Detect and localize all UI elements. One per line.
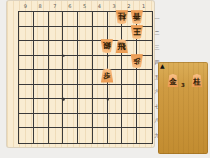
board-cell[interactable] <box>78 41 93 56</box>
hand-piece-桂[interactable]: 桂 <box>191 74 203 87</box>
board-cell[interactable] <box>108 128 123 143</box>
board-cell[interactable] <box>78 128 93 143</box>
board-cell[interactable] <box>49 70 64 85</box>
board-cell[interactable] <box>34 12 49 27</box>
board-cell[interactable] <box>78 99 93 114</box>
board-cell[interactable] <box>122 128 137 143</box>
board-cell[interactable] <box>78 85 93 100</box>
board-cell[interactable] <box>49 12 64 27</box>
board-cell[interactable] <box>122 114 137 129</box>
board-cell[interactable] <box>93 114 108 129</box>
board-cell[interactable] <box>63 12 78 27</box>
shogi-board: 987654321 一二三四五六七八九 桂香王銀飛歩歩 <box>7 1 154 147</box>
file-label: 9 <box>24 2 27 10</box>
file-label: 5 <box>83 2 86 10</box>
board-cell[interactable] <box>19 12 34 27</box>
board-cell[interactable] <box>19 70 34 85</box>
board-cell[interactable] <box>137 99 152 114</box>
board-cell[interactable] <box>63 99 78 114</box>
board-cell[interactable] <box>137 85 152 100</box>
board-cell[interactable] <box>34 27 49 42</box>
board-cell[interactable] <box>108 99 123 114</box>
board-cell[interactable] <box>93 27 108 42</box>
board-cell[interactable] <box>93 12 108 27</box>
file-label: 1 <box>142 2 145 10</box>
rank-label: 一 <box>155 15 160 21</box>
file-label: 8 <box>39 2 42 10</box>
board-cell[interactable] <box>78 114 93 129</box>
file-label: 4 <box>98 2 101 10</box>
board-cell[interactable] <box>93 85 108 100</box>
hand-piece-count: 3 <box>181 82 185 88</box>
board-cell[interactable] <box>63 27 78 42</box>
board-cell[interactable] <box>63 128 78 143</box>
board-cell[interactable] <box>137 41 152 56</box>
board-cell[interactable] <box>93 99 108 114</box>
board-cell[interactable] <box>49 99 64 114</box>
board-cell[interactable] <box>49 27 64 42</box>
shogi-widget: 987654321 一二三四五六七八九 桂香王銀飛歩歩 ▲ 金3桂 <box>0 0 210 158</box>
board-cell[interactable] <box>19 99 34 114</box>
board-cell[interactable] <box>78 12 93 27</box>
board-cell[interactable] <box>34 114 49 129</box>
board-cell[interactable] <box>93 128 108 143</box>
board-cell[interactable] <box>49 114 64 129</box>
file-label: 6 <box>68 2 71 10</box>
file-label: 3 <box>112 2 115 10</box>
board-cell[interactable] <box>63 85 78 100</box>
board-cell[interactable] <box>49 41 64 56</box>
board-cell[interactable] <box>19 128 34 143</box>
file-label: 7 <box>53 2 56 10</box>
board-cell[interactable] <box>108 114 123 129</box>
board-cell[interactable] <box>19 41 34 56</box>
board-cell[interactable] <box>122 85 137 100</box>
komadai-sente: ▲ 金3桂 <box>158 62 208 154</box>
board-cell[interactable] <box>19 114 34 129</box>
board-cell[interactable] <box>108 27 123 42</box>
board-cell[interactable] <box>108 56 123 71</box>
board-cell[interactable] <box>63 41 78 56</box>
board-cell[interactable] <box>63 56 78 71</box>
board-cell[interactable] <box>49 128 64 143</box>
board-cell[interactable] <box>137 70 152 85</box>
board-cell[interactable] <box>49 56 64 71</box>
board-cell[interactable] <box>34 56 49 71</box>
board-cell[interactable] <box>63 114 78 129</box>
board-cell[interactable] <box>78 56 93 71</box>
board-cell[interactable] <box>34 128 49 143</box>
board-cell[interactable] <box>34 99 49 114</box>
board-cell[interactable] <box>19 56 34 71</box>
board-cell[interactable] <box>78 27 93 42</box>
board-cell[interactable] <box>34 85 49 100</box>
board-cell[interactable] <box>122 70 137 85</box>
file-labels: 987654321 <box>18 2 151 10</box>
board-cell[interactable] <box>78 70 93 85</box>
board-cell[interactable] <box>19 27 34 42</box>
rank-label: 二 <box>155 30 160 36</box>
board-cell[interactable] <box>122 99 137 114</box>
board-cell[interactable] <box>137 128 152 143</box>
board-cell[interactable] <box>34 70 49 85</box>
board-cell[interactable] <box>93 56 108 71</box>
hand-piece-金[interactable]: 金 <box>167 74 179 87</box>
sente-turn-marker: ▲ <box>160 62 165 70</box>
board-cell[interactable] <box>63 70 78 85</box>
board-cell[interactable] <box>108 85 123 100</box>
board-cell[interactable] <box>19 85 34 100</box>
board-cell[interactable] <box>34 41 49 56</box>
board-cell[interactable] <box>137 114 152 129</box>
board-cell[interactable] <box>49 85 64 100</box>
file-label: 2 <box>127 2 130 10</box>
rank-label: 三 <box>155 44 160 50</box>
